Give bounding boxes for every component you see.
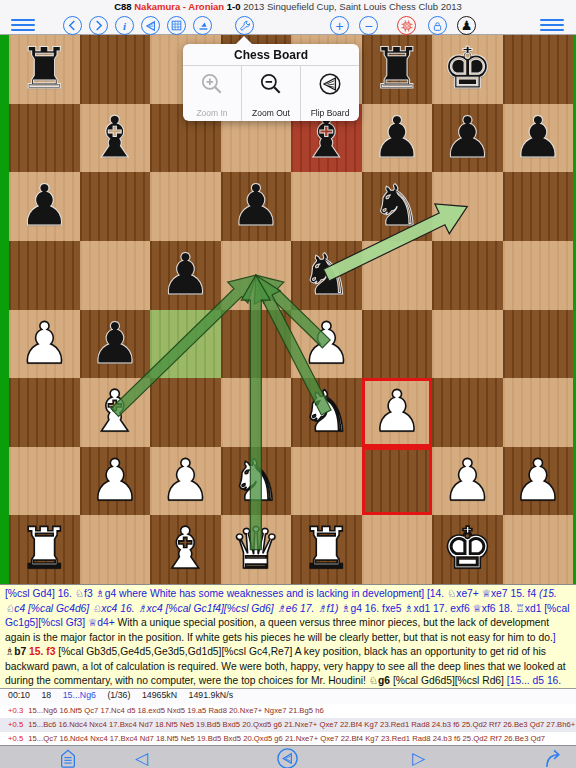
- engine-moves: 15...Ng6 16.Nf5 Qc7 17.Nc4 d5 18.exd5 Nx…: [28, 706, 324, 715]
- piece-bp-c5: ♟: [150, 241, 221, 310]
- square-e1[interactable]: ♜: [291, 515, 362, 584]
- piece-wp-a4: ♟: [9, 310, 80, 379]
- square-f4[interactable]: [362, 310, 433, 379]
- info-button[interactable]: i: [115, 16, 134, 35]
- grid-icon: [171, 20, 182, 31]
- chevron-left-icon: [67, 20, 78, 31]
- square-g1[interactable]: ♚: [432, 515, 503, 584]
- document-icon: [58, 748, 78, 768]
- square-f5[interactable]: [362, 241, 433, 310]
- square-c5[interactable]: ♟: [150, 241, 221, 310]
- lock-icon: [432, 20, 443, 32]
- piece-wp-f3: ♟: [362, 378, 433, 447]
- players-title: Nakamura - Aronian: [134, 1, 224, 12]
- engine-line-3[interactable]: +0.515...Qc7 16.Ndc4 Nxc4 17.Bxc4 Nd7 18…: [0, 732, 576, 746]
- piece-wq-d1: ♛: [221, 515, 292, 584]
- square-d2[interactable]: ♞: [221, 447, 292, 516]
- piece-wp-e4: ♟: [291, 310, 362, 379]
- square-d1[interactable]: ♛: [221, 515, 292, 584]
- setup-position-button[interactable]: [193, 16, 212, 35]
- piece-bp-a6: ♟: [9, 172, 80, 241]
- back-triangle-icon: ◁: [135, 748, 148, 768]
- square-e6[interactable]: [291, 172, 362, 241]
- engine-line-1[interactable]: +0.315...Ng6 16.Nf5 Qc7 17.Nc4 d5 18.exd…: [0, 704, 576, 718]
- square-d6[interactable]: ♟: [221, 172, 292, 241]
- square-a7[interactable]: [9, 104, 80, 173]
- square-g4[interactable]: [432, 310, 503, 379]
- chess-board-popup: Chess Board Zoom In Zoom Out Flip Board: [183, 44, 359, 121]
- piece-bb-b7: ♝: [80, 104, 151, 173]
- piece-bp-d6: ♟: [221, 172, 292, 241]
- board-area: ♜♛♜♚♝♝♟♟♟♟♟♞♟♞♟♟♟♝♞♟♟♟♞♟♟♜♝♛♜♚ Chess Boa…: [0, 35, 576, 584]
- flip-board-popup-button[interactable]: Flip Board: [300, 66, 359, 121]
- zoom-in-icon: [199, 71, 225, 97]
- piece-wr-a1: ♜: [9, 515, 80, 584]
- piece-wb-b3: ♝: [80, 378, 151, 447]
- title-bar: C88 Nakamura - Aronian 1-0 2013 Sinquefi…: [0, 0, 576, 15]
- engine-eval: +0.3: [8, 706, 23, 715]
- top-toolbar: i + − ♟: [0, 15, 576, 35]
- zoom-in-button[interactable]: +: [330, 16, 349, 35]
- square-f6[interactable]: ♞: [362, 172, 433, 241]
- square-c3[interactable]: [150, 378, 221, 447]
- piece-wk-g1: ♚: [432, 515, 503, 584]
- game-result: 1-0: [227, 1, 241, 12]
- square-b4[interactable]: ♟: [80, 310, 151, 379]
- side-to-move-indicator[interactable]: ♟: [457, 16, 476, 35]
- square-b1[interactable]: [80, 515, 151, 584]
- black-pawn-icon: ♟: [461, 18, 473, 33]
- eco-code: C88: [114, 1, 131, 12]
- square-g6[interactable]: [432, 172, 503, 241]
- square-c2[interactable]: ♟: [150, 447, 221, 516]
- square-a5[interactable]: [9, 241, 80, 310]
- back-button[interactable]: [63, 16, 82, 35]
- piece-wn-d2: ♞: [221, 447, 292, 516]
- square-b5[interactable]: [80, 241, 151, 310]
- square-b6[interactable]: [80, 172, 151, 241]
- square-a4[interactable]: ♟: [9, 310, 80, 379]
- flip-board-button[interactable]: [141, 16, 160, 35]
- engine-moves: 15...Bc6 16.Ndc4 Nxc4 17.Bxc4 Nd7 18.Nf5…: [28, 720, 576, 729]
- square-e4[interactable]: ♟: [291, 310, 362, 379]
- engine-nodes: 14965kN: [142, 690, 177, 700]
- square-b7[interactable]: ♝: [80, 104, 151, 173]
- wrench-icon: [239, 20, 251, 32]
- piece-wp-g2: ♟: [432, 447, 503, 516]
- square-c1[interactable]: ♝: [150, 515, 221, 584]
- annotation-segment-6: 15. f3: [29, 646, 58, 657]
- minus-icon: −: [364, 18, 372, 34]
- piece-wn-e3: ♞: [291, 378, 362, 447]
- square-e3[interactable]: ♞: [291, 378, 362, 447]
- square-e5[interactable]: ♞: [291, 241, 362, 310]
- square-g3[interactable]: [432, 378, 503, 447]
- square-f3[interactable]: ♟: [362, 378, 433, 447]
- engine-move-index: (1/36): [107, 690, 130, 700]
- square-f8[interactable]: ♜: [362, 35, 433, 104]
- chip-icon: [401, 20, 413, 32]
- piece-wp-h2: ♟: [503, 447, 574, 516]
- forward-triangle-icon: ▷: [412, 748, 425, 768]
- square-f1[interactable]: [362, 515, 433, 584]
- square-c6[interactable]: [150, 172, 221, 241]
- popup-title: Chess Board: [183, 44, 359, 66]
- zoom-out-icon: [258, 71, 284, 97]
- zoom-out-button[interactable]: −: [359, 16, 378, 35]
- engine-time: 00:10: [8, 690, 30, 700]
- square-h6[interactable]: [503, 172, 574, 241]
- square-g8[interactable]: ♚: [432, 35, 503, 104]
- square-h3[interactable]: [503, 378, 574, 447]
- board-grid-button[interactable]: [167, 16, 186, 35]
- square-b3[interactable]: ♝: [80, 378, 151, 447]
- piece-wp-b2: ♟: [80, 447, 151, 516]
- piece-bp-b4: ♟: [80, 310, 151, 379]
- notation-menu-icon[interactable]: [540, 19, 564, 31]
- piece-br-a8: ♜: [9, 35, 80, 104]
- next-move-button[interactable]: ▷: [412, 747, 425, 768]
- plus-icon: +: [335, 18, 343, 34]
- square-f2[interactable]: [362, 447, 433, 516]
- autoplay-back-button[interactable]: [276, 747, 299, 768]
- square-c4[interactable]: [150, 310, 221, 379]
- flip-triangle-icon: [145, 20, 157, 32]
- zoom-in-popup-button[interactable]: Zoom In: [183, 66, 241, 121]
- square-h1[interactable]: [503, 515, 574, 584]
- engine-depth: 18: [41, 690, 51, 700]
- square-e2[interactable]: [291, 447, 362, 516]
- annotation-segment-4: ]: [553, 632, 556, 643]
- square-h7[interactable]: ♟: [503, 104, 574, 173]
- engine-line-2[interactable]: +0.515...Bc6 16.Ndc4 Nxc4 17.Bxc4 Nd7 18…: [0, 718, 576, 732]
- info-icon: i: [123, 20, 126, 32]
- square-b8[interactable]: [80, 35, 151, 104]
- tools-button[interactable]: [235, 16, 254, 35]
- annotation-segment-9: [%cal Gd6d5][%csl Rd6]: [393, 675, 507, 686]
- engine-eval: +0.5: [8, 734, 23, 743]
- square-a3[interactable]: [9, 378, 80, 447]
- chess-piece-icon: [197, 20, 209, 32]
- popup-caret: [235, 36, 253, 45]
- annotation-segment-5: ♗b7: [5, 646, 29, 657]
- share-arrow-icon: [544, 748, 565, 768]
- square-a6[interactable]: ♟: [9, 172, 80, 241]
- prev-move-button[interactable]: ◁: [135, 747, 148, 768]
- engine-status-row: 00:10 18 15...Ng6 (1/36) 14965kN 1491.9k…: [0, 689, 576, 704]
- engine-current-move: 15...Ng6: [63, 690, 96, 700]
- piece-bp-g7: ♟: [432, 104, 503, 173]
- piece-bp-h7: ♟: [503, 104, 574, 173]
- engine-eval: +0.5: [8, 720, 23, 729]
- event-title: 2013 Sinquefield Cup, Saint Louis Chess …: [243, 1, 462, 12]
- square-f7[interactable]: ♟: [362, 104, 433, 173]
- square-d3[interactable]: [221, 378, 292, 447]
- zoom-out-popup-button[interactable]: Zoom Out: [241, 66, 300, 121]
- square-d4[interactable]: [221, 310, 292, 379]
- annotation-text[interactable]: [%csl Gd4] 16. ♘f3 ♗g4 where White has s…: [0, 584, 576, 688]
- piece-br-f8: ♜: [362, 35, 433, 104]
- square-g7[interactable]: ♟: [432, 104, 503, 173]
- engine-button[interactable]: [397, 16, 416, 35]
- square-a8[interactable]: ♜: [9, 35, 80, 104]
- square-a2[interactable]: [9, 447, 80, 516]
- piece-bp-f7: ♟: [362, 104, 433, 173]
- bottom-toolbar: ◁ ▷: [0, 745, 576, 768]
- square-h2[interactable]: ♟: [503, 447, 574, 516]
- forward-button[interactable]: [89, 16, 108, 35]
- piece-wp-c2: ♟: [150, 447, 221, 516]
- menu-icon[interactable]: [11, 19, 35, 31]
- engine-panel: 00:10 18 15...Ng6 (1/36) 14965kN 1491.9k…: [0, 688, 576, 745]
- square-h8[interactable]: [503, 35, 574, 104]
- share-button[interactable]: [544, 748, 565, 768]
- piece-bn-e5: ♞: [291, 241, 362, 310]
- circled-back-icon: [276, 747, 299, 768]
- square-h4[interactable]: [503, 310, 574, 379]
- square-a1[interactable]: ♜: [9, 515, 80, 584]
- square-b2[interactable]: ♟: [80, 447, 151, 516]
- annotation-segment-8: ♘g6: [369, 675, 393, 686]
- piece-wr-e1: ♜: [291, 515, 362, 584]
- square-d5[interactable]: [221, 241, 292, 310]
- piece-bk-g8: ♚: [432, 35, 503, 104]
- piece-bn-f6: ♞: [362, 172, 433, 241]
- square-h5[interactable]: [503, 241, 574, 310]
- engine-moves: 15...Qc7 16.Ndc4 Nxc4 17.Bxc4 Nd7 18.Nf5…: [28, 734, 545, 743]
- flip-board-icon: [317, 71, 343, 97]
- piece-wb-c1: ♝: [150, 515, 221, 584]
- annotation-segment-0: [%csl Gd4] 16. ♘f3 ♗g4 where White has s…: [5, 588, 539, 599]
- game-list-button[interactable]: [58, 748, 78, 768]
- chevron-right-icon: [93, 20, 104, 31]
- engine-speed: 1491.9kN/s: [189, 690, 234, 700]
- square-g2[interactable]: ♟: [432, 447, 503, 516]
- square-g5[interactable]: [432, 241, 503, 310]
- lock-button[interactable]: [428, 16, 447, 35]
